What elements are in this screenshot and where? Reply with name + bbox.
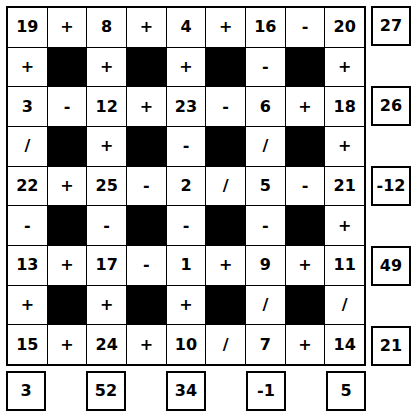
block-cell-r4c2 [48,127,87,166]
operator-cell-r7c8: + [286,246,325,285]
operator-cell-r1c2: + [48,8,87,47]
column-result-4: -1 [246,371,286,411]
number-cell-r1c7: 16 [246,8,285,47]
column-result-5: 5 [326,371,366,411]
column-result-3: 34 [166,371,206,411]
block-cell-r6c6 [206,206,245,245]
block-cell-r6c8 [286,206,325,245]
operator-cell-r5c6: / [206,167,245,206]
number-cell-r9c3: 24 [87,325,126,364]
operator-cell-r2c3: + [87,48,126,87]
number-cell-r7c7: 9 [246,246,285,285]
operator-cell-r1c4: + [127,8,166,47]
column-result-1: 3 [6,371,46,411]
number-cell-r7c3: 17 [87,246,126,285]
operator-cell-r5c8: - [286,167,325,206]
operator-cell-r2c5: + [167,48,206,87]
number-cell-r3c1: 3 [8,87,47,126]
operator-cell-r2c1: + [8,48,47,87]
operator-cell-r7c2: + [48,246,87,285]
number-cell-r5c5: 2 [167,167,206,206]
row-result-3: -12 [371,166,411,206]
block-cell-r4c6 [206,127,245,166]
block-cell-r8c6 [206,286,245,325]
block-cell-r8c4 [127,286,166,325]
number-cell-r1c1: 19 [8,8,47,47]
operator-cell-r4c1: / [8,127,47,166]
number-cell-r5c7: 5 [246,167,285,206]
number-cell-r9c7: 7 [246,325,285,364]
operator-cell-r1c8: - [286,8,325,47]
operator-cell-r9c8: + [286,325,325,364]
number-cell-r5c9: 21 [325,167,364,206]
operator-cell-r7c4: - [127,246,166,285]
number-cell-r1c9: 20 [325,8,364,47]
block-cell-r4c8 [286,127,325,166]
number-cell-r3c7: 6 [246,87,285,126]
number-cell-r5c1: 22 [8,167,47,206]
number-cell-r3c9: 18 [325,87,364,126]
operator-cell-r9c2: + [48,325,87,364]
number-cell-r1c3: 8 [87,8,126,47]
operator-cell-r2c7: - [246,48,285,87]
crossmath-board: 19+8+4+16-20+++-+3-12+23-6+18/+-/+22+25-… [0,0,420,420]
row-result-4: 49 [371,246,411,286]
number-cell-r1c5: 4 [167,8,206,47]
number-cell-r5c3: 25 [87,167,126,206]
number-cell-r3c5: 23 [167,87,206,126]
number-cell-r3c3: 12 [87,87,126,126]
number-cell-r7c1: 13 [8,246,47,285]
main-grid: 19+8+4+16-20+++-+3-12+23-6+18/+-/+22+25-… [6,6,366,366]
block-cell-r4c4 [127,127,166,166]
block-cell-r2c8 [286,48,325,87]
operator-cell-r6c7: - [246,206,285,245]
operator-cell-r5c2: + [48,167,87,206]
operator-cell-r8c5: + [167,286,206,325]
operator-cell-r4c3: + [87,127,126,166]
number-cell-r9c9: 14 [325,325,364,364]
operator-cell-r5c4: - [127,167,166,206]
operator-cell-r6c9: + [325,206,364,245]
row-result-5: 21 [371,326,411,366]
row-result-1: 27 [371,6,411,46]
block-cell-r2c4 [127,48,166,87]
operator-cell-r3c6: - [206,87,245,126]
block-cell-r2c6 [206,48,245,87]
operator-cell-r7c6: + [206,246,245,285]
operator-cell-r1c6: + [206,8,245,47]
operator-cell-r8c3: + [87,286,126,325]
operator-cell-r3c2: - [48,87,87,126]
operator-cell-r9c6: / [206,325,245,364]
operator-cell-r6c5: - [167,206,206,245]
operator-cell-r2c9: + [325,48,364,87]
block-cell-r6c2 [48,206,87,245]
operator-cell-r4c5: - [167,127,206,166]
operator-cell-r6c3: - [87,206,126,245]
operator-cell-r8c7: / [246,286,285,325]
block-cell-r8c2 [48,286,87,325]
block-cell-r8c8 [286,286,325,325]
number-cell-r9c1: 15 [8,325,47,364]
operator-cell-r4c9: + [325,127,364,166]
operator-cell-r3c8: + [286,87,325,126]
column-result-2: 52 [86,371,126,411]
block-cell-r6c4 [127,206,166,245]
operator-cell-r6c1: - [8,206,47,245]
operator-cell-r3c4: + [127,87,166,126]
operator-cell-r4c7: / [246,127,285,166]
row-result-2: 26 [371,86,411,126]
number-cell-r9c5: 10 [167,325,206,364]
block-cell-r2c2 [48,48,87,87]
operator-cell-r8c1: + [8,286,47,325]
operator-cell-r9c4: + [127,325,166,364]
operator-cell-r8c9: / [325,286,364,325]
number-cell-r7c5: 1 [167,246,206,285]
number-cell-r7c9: 11 [325,246,364,285]
